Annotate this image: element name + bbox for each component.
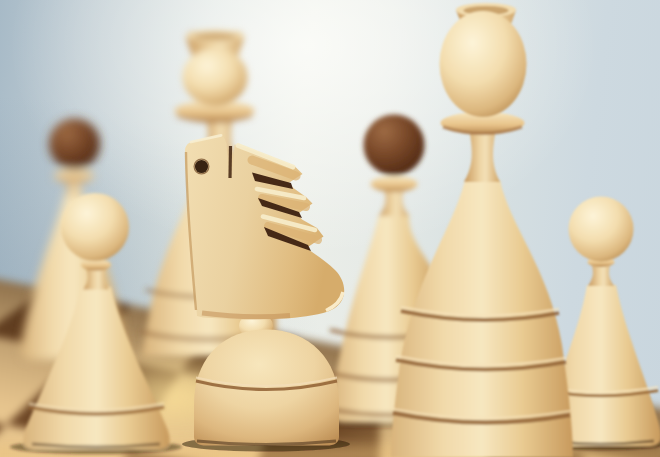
bishop-right-collar <box>371 176 418 192</box>
king-finial-ball <box>183 49 248 106</box>
bishop-right-finial-ball <box>364 115 425 176</box>
piece-knight <box>185 135 344 319</box>
queen-neck <box>464 128 500 182</box>
piece-queen <box>391 3 573 457</box>
bishop-left-finial-ball <box>49 119 100 170</box>
pawn-left-head-ball <box>61 193 129 261</box>
knight-eye <box>195 160 208 173</box>
chess-photo <box>0 0 660 457</box>
knight-ear-slit <box>230 146 231 178</box>
queen-finial-ball <box>440 11 527 117</box>
chess-pieces-layer <box>0 0 660 457</box>
bishop-left-collar <box>54 169 94 183</box>
pawn-right-head-ball <box>569 197 634 262</box>
